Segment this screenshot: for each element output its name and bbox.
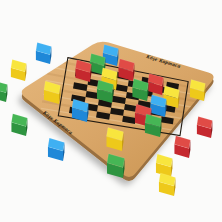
cube-blue[interactable] xyxy=(48,138,64,161)
cube-green[interactable] xyxy=(0,81,7,102)
cube-yellow[interactable] xyxy=(156,154,172,177)
cube-red[interactable] xyxy=(174,136,190,158)
cube-top-face xyxy=(0,81,7,93)
cube-green[interactable] xyxy=(11,114,27,136)
game-photo: Köşe KapmacaKöşe Kapmaca xyxy=(0,0,222,222)
cube-red[interactable] xyxy=(197,117,212,138)
cube-blue[interactable] xyxy=(36,43,51,64)
cube-yellow[interactable] xyxy=(159,173,175,196)
cube-yellow[interactable] xyxy=(11,60,26,81)
photo-stage: Köşe KapmacaKöşe Kapmaca xyxy=(0,0,222,222)
cube-green[interactable] xyxy=(107,154,125,178)
